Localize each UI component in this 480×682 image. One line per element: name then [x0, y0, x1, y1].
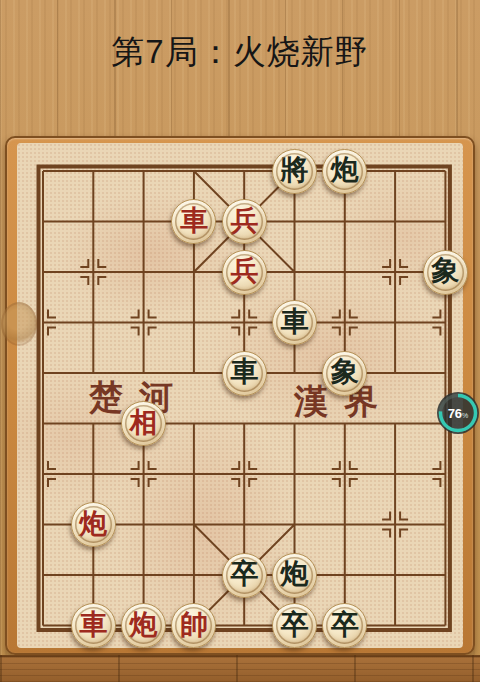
- piece-glyph: 車: [230, 358, 258, 386]
- piece-glyph: 相: [130, 409, 158, 437]
- piece-glyph: 將: [280, 156, 308, 184]
- game-screen: 第7局：火烧新野 楚河 漢界 將炮車兵兵象車車象相炮卒炮車炮帥卒卒 76%: [0, 0, 480, 682]
- piece-black-general[interactable]: 將: [272, 149, 317, 194]
- piece-glyph: 兵: [230, 207, 258, 235]
- piece-glyph: 車: [180, 207, 208, 235]
- piece-glyph: 兵: [230, 257, 258, 285]
- piece-glyph: 車: [79, 611, 107, 639]
- progress-value: 76: [448, 406, 462, 421]
- progress-unit: %: [462, 412, 468, 419]
- piece-glyph: 象: [331, 358, 359, 386]
- piece-glyph: 帥: [180, 611, 208, 639]
- piece-glyph: 炮: [130, 611, 158, 639]
- piece-glyph: 卒: [331, 611, 359, 639]
- xiangqi-board[interactable]: 楚河 漢界 將炮車兵兵象車車象相炮卒炮車炮帥卒卒: [5, 136, 475, 655]
- piece-black-chariot[interactable]: 車: [272, 300, 317, 345]
- piece-glyph: 車: [280, 308, 308, 336]
- piece-red-chariot[interactable]: 車: [71, 603, 116, 648]
- piece-glyph: 炮: [280, 560, 308, 588]
- piece-red-cannon[interactable]: 炮: [71, 502, 116, 547]
- piece-black-cannon[interactable]: 炮: [322, 149, 367, 194]
- piece-red-general[interactable]: 帥: [171, 603, 216, 648]
- piece-red-chariot[interactable]: 車: [171, 199, 216, 244]
- piece-black-cannon[interactable]: 炮: [272, 553, 317, 598]
- pieces-layer: 將炮車兵兵象車車象相炮卒炮車炮帥卒卒: [18, 146, 471, 651]
- piece-glyph: 炮: [331, 156, 359, 184]
- piece-black-soldier[interactable]: 卒: [222, 553, 267, 598]
- piece-black-soldier[interactable]: 卒: [322, 603, 367, 648]
- piece-glyph: 象: [431, 257, 459, 285]
- piece-black-chariot[interactable]: 車: [222, 351, 267, 396]
- piece-black-soldier[interactable]: 卒: [272, 603, 317, 648]
- piece-red-soldier[interactable]: 兵: [222, 250, 267, 295]
- piece-red-cannon[interactable]: 炮: [121, 603, 166, 648]
- piece-black-elephant[interactable]: 象: [423, 250, 468, 295]
- piece-glyph: 炮: [79, 510, 107, 538]
- progress-ring-label: 76%: [436, 391, 480, 435]
- piece-glyph: 卒: [230, 560, 258, 588]
- piece-black-elephant[interactable]: 象: [322, 351, 367, 396]
- floor-wood: [0, 655, 480, 682]
- level-title: 第7局：火烧新野: [0, 30, 480, 75]
- progress-ring: 76%: [436, 391, 480, 435]
- piece-glyph: 卒: [280, 611, 308, 639]
- piece-red-elephant[interactable]: 相: [121, 401, 166, 446]
- piece-red-soldier[interactable]: 兵: [222, 199, 267, 244]
